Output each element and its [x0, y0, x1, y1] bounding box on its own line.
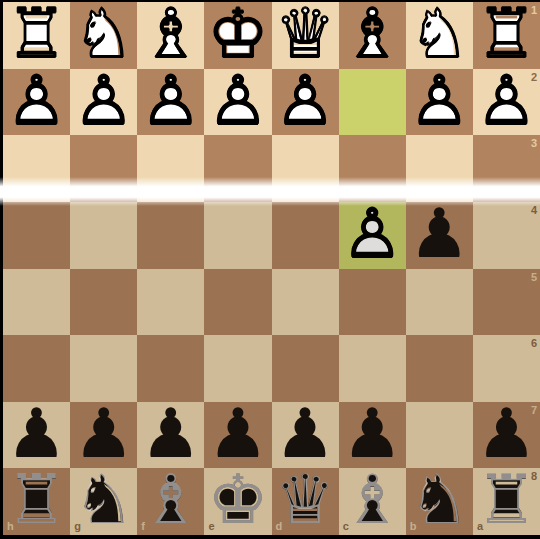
- square-f3[interactable]: [137, 135, 204, 202]
- board-grid: ♜♖♞♘♝♗♚♔♛♕♝♗♞♘♜♖1♟♙♟♙♟♙♟♙♟♙♟♙♟♙23♟♙♟456♟…: [3, 2, 540, 535]
- square-d1[interactable]: ♛♕: [272, 2, 339, 69]
- piece-glyph: ♟: [272, 69, 339, 136]
- piece-glyph: ♟: [339, 402, 406, 469]
- square-g2[interactable]: ♟♙: [70, 69, 137, 136]
- piece-outline: ♗: [339, 2, 406, 69]
- square-c1[interactable]: ♝♗: [339, 2, 406, 69]
- square-g7[interactable]: ♟: [70, 402, 137, 469]
- square-f1[interactable]: ♝♗: [137, 2, 204, 69]
- piece-glyph: ♟: [339, 202, 406, 269]
- piece-glyph: ♝: [339, 468, 406, 535]
- rank-label-8: 8: [531, 471, 537, 482]
- piece-glyph: ♝: [137, 468, 204, 535]
- square-e8[interactable]: ♚♔e: [204, 468, 271, 535]
- piece-outline: ♕: [272, 2, 339, 69]
- black-rook[interactable]: ♜♖: [473, 468, 540, 535]
- file-label-c: c: [343, 521, 349, 532]
- square-g8[interactable]: ♞♘g: [70, 468, 137, 535]
- chess-app: ♜♖♞♘♝♗♚♔♛♕♝♗♞♘♜♖1♟♙♟♙♟♙♟♙♟♙♟♙♟♙23♟♙♟456♟…: [0, 0, 540, 539]
- square-c8[interactable]: ♝♗c: [339, 468, 406, 535]
- square-b3[interactable]: [406, 135, 473, 202]
- square-g4[interactable]: [70, 202, 137, 269]
- rank-label-7: 7: [531, 405, 537, 416]
- piece-outline: ♘: [70, 468, 137, 535]
- square-f6[interactable]: [137, 335, 204, 402]
- square-e2[interactable]: ♟♙: [204, 69, 271, 136]
- square-g1[interactable]: ♞♘: [70, 2, 137, 69]
- square-f4[interactable]: [137, 202, 204, 269]
- square-e5[interactable]: [204, 269, 271, 336]
- square-a3[interactable]: 3: [473, 135, 540, 202]
- white-pawn[interactable]: ♟♙: [406, 69, 473, 136]
- piece-glyph: ♟: [272, 402, 339, 469]
- piece-glyph: ♜: [3, 2, 70, 69]
- square-e6[interactable]: [204, 335, 271, 402]
- black-bishop[interactable]: ♝♗: [339, 468, 406, 535]
- square-b5[interactable]: [406, 269, 473, 336]
- white-knight[interactable]: ♞♘: [406, 2, 473, 69]
- piece-glyph: ♟: [204, 69, 271, 136]
- piece-glyph: ♚: [204, 2, 271, 69]
- black-pawn[interactable]: ♟: [204, 402, 271, 469]
- square-e1[interactable]: ♚♔: [204, 2, 271, 69]
- square-a8[interactable]: ♜♖8a: [473, 468, 540, 535]
- square-c7[interactable]: ♟: [339, 402, 406, 469]
- white-bishop[interactable]: ♝♗: [339, 2, 406, 69]
- piece-outline: ♖: [473, 2, 540, 69]
- piece-outline: ♖: [3, 468, 70, 535]
- square-e3[interactable]: [204, 135, 271, 202]
- piece-outline: ♗: [137, 468, 204, 535]
- rank-label-5: 5: [531, 272, 537, 283]
- square-h5[interactable]: [3, 269, 70, 336]
- square-d3[interactable]: [272, 135, 339, 202]
- square-a2[interactable]: ♟♙2: [473, 69, 540, 136]
- square-f2[interactable]: ♟♙: [137, 69, 204, 136]
- square-e7[interactable]: ♟: [204, 402, 271, 469]
- file-label-a: a: [477, 521, 483, 532]
- square-d8[interactable]: ♛♕d: [272, 468, 339, 535]
- black-pawn[interactable]: ♟: [406, 202, 473, 269]
- square-h2[interactable]: ♟♙: [3, 69, 70, 136]
- black-rook[interactable]: ♜♖: [3, 468, 70, 535]
- chess-board: ♜♖♞♘♝♗♚♔♛♕♝♗♞♘♜♖1♟♙♟♙♟♙♟♙♟♙♟♙♟♙23♟♙♟456♟…: [0, 0, 540, 539]
- square-b4[interactable]: ♟: [406, 202, 473, 269]
- white-pawn[interactable]: ♟♙: [137, 69, 204, 136]
- piece-glyph: ♟: [137, 69, 204, 136]
- piece-outline: ♙: [339, 202, 406, 269]
- piece-glyph: ♝: [137, 2, 204, 69]
- piece-outline: ♙: [137, 69, 204, 136]
- square-c6[interactable]: [339, 335, 406, 402]
- rank-label-3: 3: [531, 138, 537, 149]
- piece-outline: ♘: [406, 468, 473, 535]
- square-c2[interactable]: [339, 69, 406, 136]
- piece-glyph: ♟: [406, 202, 473, 269]
- square-a4[interactable]: 4: [473, 202, 540, 269]
- rank-label-6: 6: [531, 338, 537, 349]
- piece-outline: ♖: [473, 468, 540, 535]
- piece-outline: ♙: [70, 69, 137, 136]
- piece-glyph: ♟: [70, 69, 137, 136]
- square-h1[interactable]: ♜♖: [3, 2, 70, 69]
- piece-glyph: ♟: [70, 402, 137, 469]
- square-b7[interactable]: [406, 402, 473, 469]
- piece-outline: ♕: [272, 468, 339, 535]
- piece-glyph: ♞: [70, 2, 137, 69]
- square-g3[interactable]: [70, 135, 137, 202]
- file-label-f: f: [141, 521, 145, 532]
- black-pawn[interactable]: ♟: [272, 402, 339, 469]
- square-c3[interactable]: [339, 135, 406, 202]
- piece-outline: ♙: [204, 69, 271, 136]
- black-pawn[interactable]: ♟: [3, 402, 70, 469]
- square-d5[interactable]: [272, 269, 339, 336]
- black-pawn[interactable]: ♟: [473, 402, 540, 469]
- file-label-b: b: [410, 521, 417, 532]
- piece-glyph: ♟: [473, 69, 540, 136]
- square-d4[interactable]: [272, 202, 339, 269]
- square-e4[interactable]: [204, 202, 271, 269]
- white-queen[interactable]: ♛♕: [272, 2, 339, 69]
- black-queen[interactable]: ♛♕: [272, 468, 339, 535]
- piece-outline: ♔: [204, 2, 271, 69]
- white-pawn[interactable]: ♟♙: [473, 69, 540, 136]
- square-h4[interactable]: [3, 202, 70, 269]
- piece-glyph: ♟: [473, 402, 540, 469]
- square-h7[interactable]: ♟: [3, 402, 70, 469]
- piece-glyph: ♟: [3, 402, 70, 469]
- white-rook[interactable]: ♜♖: [473, 2, 540, 69]
- square-f5[interactable]: [137, 269, 204, 336]
- white-pawn[interactable]: ♟♙: [70, 69, 137, 136]
- square-a1[interactable]: ♜♖1: [473, 2, 540, 69]
- piece-outline: ♘: [406, 2, 473, 69]
- piece-glyph: ♛: [272, 2, 339, 69]
- black-pawn[interactable]: ♟: [137, 402, 204, 469]
- rank-label-1: 1: [531, 5, 537, 16]
- white-rook[interactable]: ♜♖: [3, 2, 70, 69]
- piece-glyph: ♟: [406, 69, 473, 136]
- square-d6[interactable]: [272, 335, 339, 402]
- black-pawn[interactable]: ♟: [339, 402, 406, 469]
- square-d7[interactable]: ♟: [272, 402, 339, 469]
- file-label-d: d: [276, 521, 283, 532]
- piece-glyph: ♝: [339, 2, 406, 69]
- black-bishop[interactable]: ♝♗: [137, 468, 204, 535]
- piece-outline: ♖: [3, 2, 70, 69]
- square-b2[interactable]: ♟♙: [406, 69, 473, 136]
- piece-glyph: ♜: [473, 468, 540, 535]
- square-f7[interactable]: ♟: [137, 402, 204, 469]
- white-pawn[interactable]: ♟♙: [339, 202, 406, 269]
- white-pawn[interactable]: ♟♙: [3, 69, 70, 136]
- file-label-g: g: [74, 521, 81, 532]
- piece-outline: ♙: [406, 69, 473, 136]
- black-king[interactable]: ♚♔: [204, 468, 271, 535]
- square-g6[interactable]: [70, 335, 137, 402]
- square-f8[interactable]: ♝♗f: [137, 468, 204, 535]
- square-c5[interactable]: [339, 269, 406, 336]
- white-king[interactable]: ♚♔: [204, 2, 271, 69]
- square-b6[interactable]: [406, 335, 473, 402]
- square-h3[interactable]: [3, 135, 70, 202]
- square-h8[interactable]: ♜♖h: [3, 468, 70, 535]
- piece-outline: ♙: [272, 69, 339, 136]
- white-knight[interactable]: ♞♘: [70, 2, 137, 69]
- piece-outline: ♙: [3, 69, 70, 136]
- piece-outline: ♔: [204, 468, 271, 535]
- piece-glyph: ♞: [70, 468, 137, 535]
- piece-glyph: ♚: [204, 468, 271, 535]
- piece-outline: ♗: [339, 468, 406, 535]
- square-a5[interactable]: 5: [473, 269, 540, 336]
- piece-glyph: ♞: [406, 2, 473, 69]
- piece-glyph: ♜: [473, 2, 540, 69]
- rank-label-2: 2: [531, 72, 537, 83]
- square-b8[interactable]: ♞♘b: [406, 468, 473, 535]
- piece-outline: ♙: [473, 69, 540, 136]
- square-b1[interactable]: ♞♘: [406, 2, 473, 69]
- piece-glyph: ♟: [137, 402, 204, 469]
- black-knight[interactable]: ♞♘: [406, 468, 473, 535]
- black-knight[interactable]: ♞♘: [70, 468, 137, 535]
- square-a7[interactable]: ♟7: [473, 402, 540, 469]
- square-g5[interactable]: [70, 269, 137, 336]
- square-d2[interactable]: ♟♙: [272, 69, 339, 136]
- piece-outline: ♘: [70, 2, 137, 69]
- piece-outline: ♗: [137, 2, 204, 69]
- white-bishop[interactable]: ♝♗: [137, 2, 204, 69]
- file-label-e: e: [208, 521, 214, 532]
- piece-glyph: ♛: [272, 468, 339, 535]
- piece-glyph: ♜: [3, 468, 70, 535]
- piece-glyph: ♞: [406, 468, 473, 535]
- file-label-h: h: [7, 521, 14, 532]
- piece-glyph: ♟: [204, 402, 271, 469]
- piece-glyph: ♟: [3, 69, 70, 136]
- square-a6[interactable]: 6: [473, 335, 540, 402]
- rank-label-4: 4: [531, 205, 537, 216]
- black-pawn[interactable]: ♟: [70, 402, 137, 469]
- square-c4[interactable]: ♟♙: [339, 202, 406, 269]
- square-h6[interactable]: [3, 335, 70, 402]
- white-pawn[interactable]: ♟♙: [204, 69, 271, 136]
- white-pawn[interactable]: ♟♙: [272, 69, 339, 136]
